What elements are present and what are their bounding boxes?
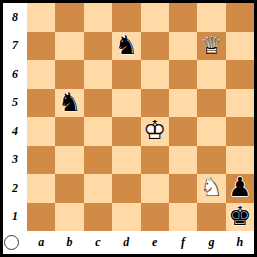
file-labels: abcdefgh xyxy=(27,231,254,254)
file-label-a: a xyxy=(27,231,55,254)
square-a8[interactable] xyxy=(27,3,55,32)
file-label-g: g xyxy=(197,231,225,254)
black-pawn-h2[interactable]: ♟ xyxy=(226,174,254,203)
file-label-h: h xyxy=(226,231,254,254)
square-a5[interactable] xyxy=(27,89,55,118)
black-knight-b5[interactable]: ♞ xyxy=(55,89,83,118)
square-b8[interactable] xyxy=(55,3,83,32)
black-knight-d7[interactable]: ♞ xyxy=(112,32,140,61)
square-d6[interactable] xyxy=(112,60,140,89)
rank-label-1: 1 xyxy=(3,203,27,232)
square-h7[interactable] xyxy=(226,32,254,61)
file-label-e: e xyxy=(141,231,169,254)
white-queen-outline: ♕ xyxy=(197,32,225,58)
square-e3[interactable] xyxy=(141,146,169,175)
square-d3[interactable] xyxy=(112,146,140,175)
square-c1[interactable] xyxy=(84,203,112,232)
square-f7[interactable] xyxy=(169,32,197,61)
black-pawn-glyph: ♟ xyxy=(226,175,254,201)
square-g4[interactable] xyxy=(197,117,225,146)
black-knight-glyph: ♞ xyxy=(112,32,140,58)
square-a2[interactable] xyxy=(27,174,55,203)
square-d5[interactable] xyxy=(112,89,140,118)
white-knight-outline: ♘ xyxy=(197,175,225,201)
white-queen-g7[interactable]: ♛♕ xyxy=(197,32,225,61)
square-f4[interactable] xyxy=(169,117,197,146)
rank-label-7: 7 xyxy=(3,32,27,61)
square-c3[interactable] xyxy=(84,146,112,175)
square-h5[interactable] xyxy=(226,89,254,118)
square-f6[interactable] xyxy=(169,60,197,89)
file-label-d: d xyxy=(112,231,140,254)
rank-label-6: 6 xyxy=(3,60,27,89)
file-label-c: c xyxy=(84,231,112,254)
square-h2[interactable]: ♟ xyxy=(226,174,254,203)
square-b7[interactable] xyxy=(55,32,83,61)
square-b2[interactable] xyxy=(55,174,83,203)
square-c8[interactable] xyxy=(84,3,112,32)
diagram-layout: 87654321 ♞♛♕♞♚♔♞♘♟♚ abcdefgh xyxy=(3,3,254,254)
white-king-e4[interactable]: ♚♔ xyxy=(141,117,169,146)
square-e4[interactable]: ♚♔ xyxy=(141,117,169,146)
file-label-f: f xyxy=(169,231,197,254)
black-king-glyph: ♚ xyxy=(226,203,254,229)
square-b4[interactable] xyxy=(55,117,83,146)
white-king-outline: ♔ xyxy=(141,118,169,144)
square-d2[interactable] xyxy=(112,174,140,203)
rank-label-2: 2 xyxy=(3,174,27,203)
white-knight-g2[interactable]: ♞♘ xyxy=(197,174,225,203)
square-d4[interactable] xyxy=(112,117,140,146)
rank-labels: 87654321 xyxy=(3,3,27,231)
square-c2[interactable] xyxy=(84,174,112,203)
square-g1[interactable] xyxy=(197,203,225,232)
black-king-h1[interactable]: ♚ xyxy=(226,203,254,232)
square-a6[interactable] xyxy=(27,60,55,89)
square-h3[interactable] xyxy=(226,146,254,175)
square-e6[interactable] xyxy=(141,60,169,89)
square-e7[interactable] xyxy=(141,32,169,61)
file-label-b: b xyxy=(55,231,83,254)
black-knight-glyph: ♞ xyxy=(55,89,83,115)
square-d8[interactable] xyxy=(112,3,140,32)
square-g3[interactable] xyxy=(197,146,225,175)
square-a4[interactable] xyxy=(27,117,55,146)
square-g7[interactable]: ♛♕ xyxy=(197,32,225,61)
white-to-move-indicator-icon xyxy=(4,235,19,250)
square-a1[interactable] xyxy=(27,203,55,232)
square-h1[interactable]: ♚ xyxy=(226,203,254,232)
square-f1[interactable] xyxy=(169,203,197,232)
square-f3[interactable] xyxy=(169,146,197,175)
chess-diagram: 87654321 ♞♛♕♞♚♔♞♘♟♚ abcdefgh xyxy=(0,0,257,257)
square-d1[interactable] xyxy=(112,203,140,232)
square-g8[interactable] xyxy=(197,3,225,32)
square-h6[interactable] xyxy=(226,60,254,89)
rank-label-3: 3 xyxy=(3,146,27,175)
square-f8[interactable] xyxy=(169,3,197,32)
square-c7[interactable] xyxy=(84,32,112,61)
square-g6[interactable] xyxy=(197,60,225,89)
square-e5[interactable] xyxy=(141,89,169,118)
square-e2[interactable] xyxy=(141,174,169,203)
chess-board: ♞♛♕♞♚♔♞♘♟♚ xyxy=(27,3,254,231)
square-d7[interactable]: ♞ xyxy=(112,32,140,61)
square-b3[interactable] xyxy=(55,146,83,175)
square-c5[interactable] xyxy=(84,89,112,118)
rank-label-4: 4 xyxy=(3,117,27,146)
square-a3[interactable] xyxy=(27,146,55,175)
square-h8[interactable] xyxy=(226,3,254,32)
square-e1[interactable] xyxy=(141,203,169,232)
rank-label-5: 5 xyxy=(3,89,27,118)
square-b5[interactable]: ♞ xyxy=(55,89,83,118)
square-h4[interactable] xyxy=(226,117,254,146)
square-f5[interactable] xyxy=(169,89,197,118)
square-b6[interactable] xyxy=(55,60,83,89)
square-c4[interactable] xyxy=(84,117,112,146)
square-f2[interactable] xyxy=(169,174,197,203)
to-move-corner xyxy=(3,231,27,254)
square-a7[interactable] xyxy=(27,32,55,61)
square-c6[interactable] xyxy=(84,60,112,89)
square-b1[interactable] xyxy=(55,203,83,232)
rank-label-8: 8 xyxy=(3,3,27,32)
square-g5[interactable] xyxy=(197,89,225,118)
square-g2[interactable]: ♞♘ xyxy=(197,174,225,203)
square-e8[interactable] xyxy=(141,3,169,32)
